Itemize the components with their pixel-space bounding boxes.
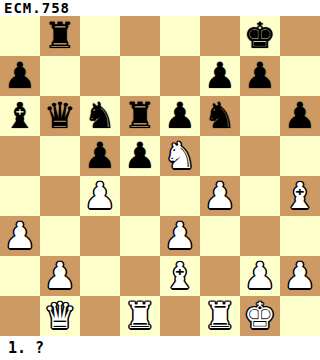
piece-black-pawn: ♟ <box>244 56 276 96</box>
square-b5[interactable] <box>40 136 80 176</box>
square-d2[interactable] <box>120 256 160 296</box>
square-b7[interactable] <box>40 56 80 96</box>
square-f1[interactable]: ♜ <box>200 296 240 336</box>
square-c5[interactable]: ♟ <box>80 136 120 176</box>
piece-black-rook: ♜ <box>44 16 76 56</box>
piece-black-pawn: ♟ <box>84 136 116 176</box>
square-h4[interactable]: ♝ <box>280 176 320 216</box>
piece-black-pawn: ♟ <box>4 56 36 96</box>
square-a6[interactable]: ♝ <box>0 96 40 136</box>
square-d1[interactable]: ♜ <box>120 296 160 336</box>
square-e4[interactable] <box>160 176 200 216</box>
square-e7[interactable] <box>160 56 200 96</box>
piece-white-pawn: ♟ <box>44 256 76 296</box>
square-h5[interactable] <box>280 136 320 176</box>
square-a8[interactable] <box>0 16 40 56</box>
chess-board: ♜♚♟♟♟♝♛♞♜♟♞♟♟♟♞♟♟♝♟♟♟♝♟♟♛♜♜♚ <box>0 16 320 336</box>
piece-white-bishop: ♝ <box>164 256 196 296</box>
piece-white-pawn: ♟ <box>84 176 116 216</box>
square-b3[interactable] <box>40 216 80 256</box>
piece-black-knight: ♞ <box>84 96 116 136</box>
piece-black-pawn: ♟ <box>204 56 236 96</box>
square-f7[interactable]: ♟ <box>200 56 240 96</box>
square-f2[interactable] <box>200 256 240 296</box>
square-c1[interactable] <box>80 296 120 336</box>
square-c4[interactable]: ♟ <box>80 176 120 216</box>
square-c3[interactable] <box>80 216 120 256</box>
square-d3[interactable] <box>120 216 160 256</box>
square-d8[interactable] <box>120 16 160 56</box>
square-f6[interactable]: ♞ <box>200 96 240 136</box>
square-h1[interactable] <box>280 296 320 336</box>
square-e2[interactable]: ♝ <box>160 256 200 296</box>
piece-black-pawn: ♟ <box>124 136 156 176</box>
square-h3[interactable] <box>280 216 320 256</box>
piece-black-pawn: ♟ <box>164 96 196 136</box>
piece-black-queen: ♛ <box>44 96 76 136</box>
piece-white-bishop: ♝ <box>284 176 316 216</box>
page-title: ECM.758 <box>4 0 70 16</box>
square-g4[interactable] <box>240 176 280 216</box>
square-h7[interactable] <box>280 56 320 96</box>
square-e5[interactable]: ♞ <box>160 136 200 176</box>
piece-black-bishop: ♝ <box>4 96 36 136</box>
square-d6[interactable]: ♜ <box>120 96 160 136</box>
square-e3[interactable]: ♟ <box>160 216 200 256</box>
square-h2[interactable]: ♟ <box>280 256 320 296</box>
piece-white-rook: ♜ <box>204 296 236 336</box>
square-g8[interactable]: ♚ <box>240 16 280 56</box>
square-b6[interactable]: ♛ <box>40 96 80 136</box>
piece-white-king: ♚ <box>244 296 276 336</box>
square-d7[interactable] <box>120 56 160 96</box>
square-c6[interactable]: ♞ <box>80 96 120 136</box>
piece-black-king: ♚ <box>244 16 276 56</box>
piece-white-knight: ♞ <box>164 136 196 176</box>
piece-white-pawn: ♟ <box>204 176 236 216</box>
square-a5[interactable] <box>0 136 40 176</box>
square-h8[interactable] <box>280 16 320 56</box>
square-h6[interactable]: ♟ <box>280 96 320 136</box>
square-b1[interactable]: ♛ <box>40 296 80 336</box>
piece-white-pawn: ♟ <box>244 256 276 296</box>
square-d4[interactable] <box>120 176 160 216</box>
piece-white-rook: ♜ <box>124 296 156 336</box>
square-b8[interactable]: ♜ <box>40 16 80 56</box>
piece-white-queen: ♛ <box>44 296 76 336</box>
piece-white-pawn: ♟ <box>4 216 36 256</box>
square-c8[interactable] <box>80 16 120 56</box>
piece-white-pawn: ♟ <box>284 256 316 296</box>
square-e1[interactable] <box>160 296 200 336</box>
square-g7[interactable]: ♟ <box>240 56 280 96</box>
move-prompt: 1. ? <box>8 338 44 358</box>
square-f3[interactable] <box>200 216 240 256</box>
square-b2[interactable]: ♟ <box>40 256 80 296</box>
square-g6[interactable] <box>240 96 280 136</box>
square-f8[interactable] <box>200 16 240 56</box>
piece-black-pawn: ♟ <box>284 96 316 136</box>
piece-black-rook: ♜ <box>124 96 156 136</box>
square-f5[interactable] <box>200 136 240 176</box>
square-c2[interactable] <box>80 256 120 296</box>
square-f4[interactable]: ♟ <box>200 176 240 216</box>
square-a7[interactable]: ♟ <box>0 56 40 96</box>
piece-black-knight: ♞ <box>204 96 236 136</box>
square-g2[interactable]: ♟ <box>240 256 280 296</box>
square-c7[interactable] <box>80 56 120 96</box>
square-d5[interactable]: ♟ <box>120 136 160 176</box>
square-b4[interactable] <box>40 176 80 216</box>
square-a3[interactable]: ♟ <box>0 216 40 256</box>
piece-white-pawn: ♟ <box>164 216 196 256</box>
square-g5[interactable] <box>240 136 280 176</box>
square-a1[interactable] <box>0 296 40 336</box>
square-e6[interactable]: ♟ <box>160 96 200 136</box>
square-g3[interactable] <box>240 216 280 256</box>
square-a2[interactable] <box>0 256 40 296</box>
square-g1[interactable]: ♚ <box>240 296 280 336</box>
square-a4[interactable] <box>0 176 40 216</box>
square-e8[interactable] <box>160 16 200 56</box>
